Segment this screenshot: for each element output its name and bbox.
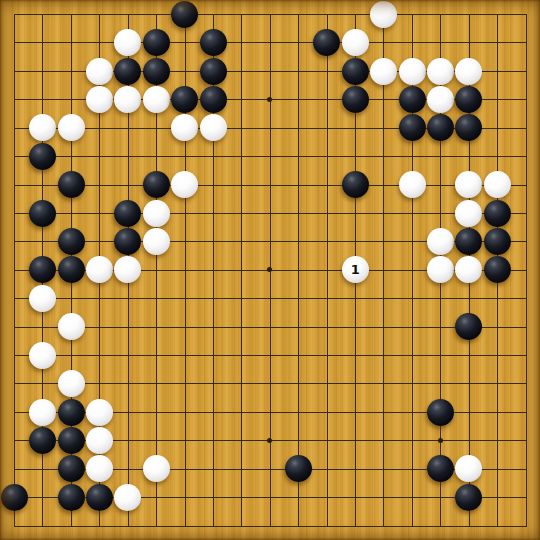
intersection-r3-c0[interactable] <box>0 85 28 113</box>
intersection-r1-c7[interactable] <box>199 28 227 56</box>
intersection-r9-c17[interactable] <box>483 256 511 284</box>
intersection-r18-c5[interactable] <box>142 512 170 540</box>
intersection-r4-c1[interactable] <box>28 114 56 142</box>
intersection-r10-c16[interactable] <box>455 284 483 312</box>
intersection-r2-c4[interactable] <box>114 57 142 85</box>
intersection-r4-c9[interactable] <box>256 114 284 142</box>
intersection-r8-c8[interactable] <box>227 227 255 255</box>
intersection-r10-c12[interactable] <box>341 284 369 312</box>
intersection-r9-c8[interactable] <box>227 256 255 284</box>
intersection-r18-c14[interactable] <box>398 512 426 540</box>
intersection-r14-c9[interactable] <box>256 398 284 426</box>
intersection-r0-c13[interactable] <box>369 0 397 28</box>
intersection-r12-c5[interactable] <box>142 341 170 369</box>
intersection-r4-c8[interactable] <box>227 114 255 142</box>
intersection-r17-c15[interactable] <box>426 483 454 511</box>
intersection-r1-c10[interactable] <box>284 28 312 56</box>
intersection-r9-c1[interactable] <box>28 256 56 284</box>
intersection-r8-c3[interactable] <box>85 227 113 255</box>
intersection-r18-c11[interactable] <box>313 512 341 540</box>
intersection-r6-c16[interactable] <box>455 171 483 199</box>
intersection-r14-c4[interactable] <box>114 398 142 426</box>
intersection-r17-c13[interactable] <box>369 483 397 511</box>
intersection-r14-c14[interactable] <box>398 398 426 426</box>
intersection-r8-c13[interactable] <box>369 227 397 255</box>
intersection-r6-c14[interactable] <box>398 171 426 199</box>
intersection-r13-c11[interactable] <box>313 369 341 397</box>
intersection-r16-c6[interactable] <box>171 455 199 483</box>
intersection-r14-c13[interactable] <box>369 398 397 426</box>
intersection-r13-c12[interactable] <box>341 369 369 397</box>
intersection-r12-c7[interactable] <box>199 341 227 369</box>
intersection-r4-c14[interactable] <box>398 114 426 142</box>
intersection-r13-c15[interactable] <box>426 369 454 397</box>
intersection-r14-c17[interactable] <box>483 398 511 426</box>
intersection-r7-c8[interactable] <box>227 199 255 227</box>
intersection-r10-c15[interactable] <box>426 284 454 312</box>
intersection-r17-c10[interactable] <box>284 483 312 511</box>
intersection-r12-c8[interactable] <box>227 341 255 369</box>
intersection-r3-c3[interactable] <box>85 85 113 113</box>
intersection-r11-c8[interactable] <box>227 313 255 341</box>
intersection-r0-c5[interactable] <box>142 0 170 28</box>
intersection-r4-c12[interactable] <box>341 114 369 142</box>
intersection-r4-c18[interactable] <box>512 114 540 142</box>
intersection-r18-c7[interactable] <box>199 512 227 540</box>
intersection-r18-c17[interactable] <box>483 512 511 540</box>
intersection-r10-c10[interactable] <box>284 284 312 312</box>
intersection-r4-c7[interactable] <box>199 114 227 142</box>
intersection-r2-c5[interactable] <box>142 57 170 85</box>
intersection-r10-c4[interactable] <box>114 284 142 312</box>
intersection-r15-c4[interactable] <box>114 426 142 454</box>
intersection-r1-c16[interactable] <box>455 28 483 56</box>
intersection-r9-c14[interactable] <box>398 256 426 284</box>
intersection-r18-c3[interactable] <box>85 512 113 540</box>
intersection-r4-c10[interactable] <box>284 114 312 142</box>
intersection-r1-c15[interactable] <box>426 28 454 56</box>
intersection-r3-c4[interactable] <box>114 85 142 113</box>
intersection-r12-c13[interactable] <box>369 341 397 369</box>
intersection-r17-c2[interactable] <box>57 483 85 511</box>
intersection-r0-c15[interactable] <box>426 0 454 28</box>
intersection-r16-c10[interactable] <box>284 455 312 483</box>
intersection-r3-c7[interactable] <box>199 85 227 113</box>
intersection-r8-c1[interactable] <box>28 227 56 255</box>
intersection-r5-c8[interactable] <box>227 142 255 170</box>
intersection-r7-c14[interactable] <box>398 199 426 227</box>
intersection-r15-c7[interactable] <box>199 426 227 454</box>
intersection-r18-c18[interactable] <box>512 512 540 540</box>
intersection-r7-c13[interactable] <box>369 199 397 227</box>
intersection-r12-c15[interactable] <box>426 341 454 369</box>
intersection-r16-c15[interactable] <box>426 455 454 483</box>
intersection-r9-c15[interactable] <box>426 256 454 284</box>
intersection-r11-c9[interactable] <box>256 313 284 341</box>
intersection-r18-c13[interactable] <box>369 512 397 540</box>
intersection-r18-c0[interactable] <box>0 512 28 540</box>
intersection-r15-c15[interactable] <box>426 426 454 454</box>
intersection-r1-c5[interactable] <box>142 28 170 56</box>
intersection-r2-c9[interactable] <box>256 57 284 85</box>
intersection-r14-c1[interactable] <box>28 398 56 426</box>
intersection-r13-c9[interactable] <box>256 369 284 397</box>
intersection-r11-c11[interactable] <box>313 313 341 341</box>
intersection-r7-c3[interactable] <box>85 199 113 227</box>
intersection-r3-c5[interactable] <box>142 85 170 113</box>
intersection-r14-c11[interactable] <box>313 398 341 426</box>
intersection-r12-c16[interactable] <box>455 341 483 369</box>
intersection-r15-c16[interactable] <box>455 426 483 454</box>
intersection-r2-c14[interactable] <box>398 57 426 85</box>
intersection-r15-c3[interactable] <box>85 426 113 454</box>
intersection-r11-c1[interactable] <box>28 313 56 341</box>
intersection-r5-c4[interactable] <box>114 142 142 170</box>
intersection-r18-c9[interactable] <box>256 512 284 540</box>
intersection-r2-c17[interactable] <box>483 57 511 85</box>
intersection-r12-c10[interactable] <box>284 341 312 369</box>
intersection-r3-c9[interactable] <box>256 85 284 113</box>
intersection-r7-c17[interactable] <box>483 199 511 227</box>
intersection-r14-c5[interactable] <box>142 398 170 426</box>
intersection-r17-c1[interactable] <box>28 483 56 511</box>
intersection-r13-c2[interactable] <box>57 369 85 397</box>
intersection-r5-c15[interactable] <box>426 142 454 170</box>
intersection-r14-c15[interactable] <box>426 398 454 426</box>
intersection-r9-c18[interactable] <box>512 256 540 284</box>
intersection-r14-c10[interactable] <box>284 398 312 426</box>
intersection-r17-c5[interactable] <box>142 483 170 511</box>
intersection-r17-c18[interactable] <box>512 483 540 511</box>
intersection-r14-c8[interactable] <box>227 398 255 426</box>
intersection-r16-c11[interactable] <box>313 455 341 483</box>
intersection-r17-c4[interactable] <box>114 483 142 511</box>
intersection-r1-c11[interactable] <box>313 28 341 56</box>
intersection-r18-c4[interactable] <box>114 512 142 540</box>
intersection-r16-c3[interactable] <box>85 455 113 483</box>
intersection-r7-c9[interactable] <box>256 199 284 227</box>
intersection-r15-c9[interactable] <box>256 426 284 454</box>
intersection-r12-c18[interactable] <box>512 341 540 369</box>
intersection-r0-c16[interactable] <box>455 0 483 28</box>
intersection-r12-c14[interactable] <box>398 341 426 369</box>
intersection-r5-c18[interactable] <box>512 142 540 170</box>
intersection-r4-c5[interactable] <box>142 114 170 142</box>
intersection-r18-c8[interactable] <box>227 512 255 540</box>
intersection-r7-c11[interactable] <box>313 199 341 227</box>
intersection-r1-c14[interactable] <box>398 28 426 56</box>
intersection-r11-c17[interactable] <box>483 313 511 341</box>
intersection-r0-c8[interactable] <box>227 0 255 28</box>
intersection-r12-c3[interactable] <box>85 341 113 369</box>
intersection-r6-c8[interactable] <box>227 171 255 199</box>
intersection-r7-c1[interactable] <box>28 199 56 227</box>
intersection-r1-c13[interactable] <box>369 28 397 56</box>
intersection-r6-c1[interactable] <box>28 171 56 199</box>
intersection-r4-c15[interactable] <box>426 114 454 142</box>
intersection-r4-c0[interactable] <box>0 114 28 142</box>
intersection-r0-c9[interactable] <box>256 0 284 28</box>
intersection-r11-c2[interactable] <box>57 313 85 341</box>
intersection-r8-c4[interactable] <box>114 227 142 255</box>
intersection-r5-c9[interactable] <box>256 142 284 170</box>
intersection-r18-c6[interactable] <box>171 512 199 540</box>
intersection-r10-c11[interactable] <box>313 284 341 312</box>
intersection-r18-c15[interactable] <box>426 512 454 540</box>
intersection-r18-c16[interactable] <box>455 512 483 540</box>
intersection-r9-c6[interactable] <box>171 256 199 284</box>
intersection-r5-c3[interactable] <box>85 142 113 170</box>
intersection-r2-c16[interactable] <box>455 57 483 85</box>
intersection-r11-c12[interactable] <box>341 313 369 341</box>
intersection-r13-c16[interactable] <box>455 369 483 397</box>
intersection-r3-c10[interactable] <box>284 85 312 113</box>
intersection-r9-c11[interactable] <box>313 256 341 284</box>
intersection-r14-c7[interactable] <box>199 398 227 426</box>
intersection-r3-c6[interactable] <box>171 85 199 113</box>
intersection-r13-c17[interactable] <box>483 369 511 397</box>
intersection-r2-c8[interactable] <box>227 57 255 85</box>
intersection-r0-c0[interactable] <box>0 0 28 28</box>
intersection-r16-c12[interactable] <box>341 455 369 483</box>
intersection-r9-c3[interactable] <box>85 256 113 284</box>
intersection-r2-c12[interactable] <box>341 57 369 85</box>
intersection-r17-c6[interactable] <box>171 483 199 511</box>
intersection-r7-c2[interactable] <box>57 199 85 227</box>
intersection-r15-c11[interactable] <box>313 426 341 454</box>
intersection-r15-c6[interactable] <box>171 426 199 454</box>
intersection-r11-c18[interactable] <box>512 313 540 341</box>
intersection-r13-c7[interactable] <box>199 369 227 397</box>
intersection-r6-c6[interactable] <box>171 171 199 199</box>
intersection-r6-c0[interactable] <box>0 171 28 199</box>
intersection-r15-c17[interactable] <box>483 426 511 454</box>
intersection-r2-c10[interactable] <box>284 57 312 85</box>
intersection-r6-c11[interactable] <box>313 171 341 199</box>
intersection-r14-c18[interactable] <box>512 398 540 426</box>
intersection-r0-c3[interactable] <box>85 0 113 28</box>
intersection-r11-c6[interactable] <box>171 313 199 341</box>
intersection-r12-c17[interactable] <box>483 341 511 369</box>
intersection-r1-c2[interactable] <box>57 28 85 56</box>
intersection-r5-c0[interactable] <box>0 142 28 170</box>
intersection-r5-c13[interactable] <box>369 142 397 170</box>
intersection-r2-c6[interactable] <box>171 57 199 85</box>
intersection-r15-c2[interactable] <box>57 426 85 454</box>
intersection-r12-c11[interactable] <box>313 341 341 369</box>
intersection-r13-c14[interactable] <box>398 369 426 397</box>
intersection-r6-c17[interactable] <box>483 171 511 199</box>
intersection-r6-c7[interactable] <box>199 171 227 199</box>
intersection-r11-c3[interactable] <box>85 313 113 341</box>
intersection-r11-c16[interactable] <box>455 313 483 341</box>
intersection-r13-c1[interactable] <box>28 369 56 397</box>
intersection-r5-c6[interactable] <box>171 142 199 170</box>
intersection-r15-c10[interactable] <box>284 426 312 454</box>
intersection-r4-c6[interactable] <box>171 114 199 142</box>
intersection-r18-c10[interactable] <box>284 512 312 540</box>
intersection-r6-c9[interactable] <box>256 171 284 199</box>
intersection-r8-c17[interactable] <box>483 227 511 255</box>
intersection-r8-c9[interactable] <box>256 227 284 255</box>
intersection-r10-c1[interactable] <box>28 284 56 312</box>
intersection-r3-c2[interactable] <box>57 85 85 113</box>
intersection-r5-c16[interactable] <box>455 142 483 170</box>
intersection-r10-c0[interactable] <box>0 284 28 312</box>
intersection-r17-c17[interactable] <box>483 483 511 511</box>
intersection-r0-c1[interactable] <box>28 0 56 28</box>
intersection-r5-c12[interactable] <box>341 142 369 170</box>
intersection-r10-c2[interactable] <box>57 284 85 312</box>
intersection-r13-c5[interactable] <box>142 369 170 397</box>
intersection-r7-c16[interactable] <box>455 199 483 227</box>
intersection-r10-c7[interactable] <box>199 284 227 312</box>
intersection-r1-c4[interactable] <box>114 28 142 56</box>
intersection-r7-c7[interactable] <box>199 199 227 227</box>
intersection-r7-c12[interactable] <box>341 199 369 227</box>
intersection-r17-c7[interactable] <box>199 483 227 511</box>
intersection-r8-c7[interactable] <box>199 227 227 255</box>
intersection-r9-c10[interactable] <box>284 256 312 284</box>
intersection-r10-c8[interactable] <box>227 284 255 312</box>
intersection-r4-c13[interactable] <box>369 114 397 142</box>
intersection-r6-c2[interactable] <box>57 171 85 199</box>
intersection-r8-c14[interactable] <box>398 227 426 255</box>
intersection-r2-c13[interactable] <box>369 57 397 85</box>
intersection-r16-c4[interactable] <box>114 455 142 483</box>
intersection-r1-c1[interactable] <box>28 28 56 56</box>
intersection-r15-c1[interactable] <box>28 426 56 454</box>
intersection-r3-c8[interactable] <box>227 85 255 113</box>
intersection-r3-c17[interactable] <box>483 85 511 113</box>
intersection-r9-c4[interactable] <box>114 256 142 284</box>
intersection-r13-c0[interactable] <box>0 369 28 397</box>
intersection-r5-c1[interactable] <box>28 142 56 170</box>
intersection-r11-c13[interactable] <box>369 313 397 341</box>
intersection-r10-c18[interactable] <box>512 284 540 312</box>
intersection-r1-c6[interactable] <box>171 28 199 56</box>
intersection-r5-c2[interactable] <box>57 142 85 170</box>
intersection-r17-c16[interactable] <box>455 483 483 511</box>
intersection-r3-c14[interactable] <box>398 85 426 113</box>
intersection-r1-c18[interactable] <box>512 28 540 56</box>
intersection-r8-c10[interactable] <box>284 227 312 255</box>
intersection-r15-c8[interactable] <box>227 426 255 454</box>
intersection-r5-c7[interactable] <box>199 142 227 170</box>
intersection-r12-c1[interactable] <box>28 341 56 369</box>
intersection-r12-c0[interactable] <box>0 341 28 369</box>
intersection-r16-c17[interactable] <box>483 455 511 483</box>
intersection-r6-c3[interactable] <box>85 171 113 199</box>
intersection-r5-c10[interactable] <box>284 142 312 170</box>
intersection-r17-c8[interactable] <box>227 483 255 511</box>
intersection-r18-c1[interactable] <box>28 512 56 540</box>
intersection-r16-c1[interactable] <box>28 455 56 483</box>
intersection-r13-c4[interactable] <box>114 369 142 397</box>
intersection-r4-c3[interactable] <box>85 114 113 142</box>
intersection-r10-c9[interactable] <box>256 284 284 312</box>
intersection-r17-c12[interactable] <box>341 483 369 511</box>
intersection-r18-c2[interactable] <box>57 512 85 540</box>
intersection-r0-c14[interactable] <box>398 0 426 28</box>
intersection-r0-c17[interactable] <box>483 0 511 28</box>
intersection-r14-c16[interactable] <box>455 398 483 426</box>
intersection-r3-c12[interactable] <box>341 85 369 113</box>
intersection-r0-c10[interactable] <box>284 0 312 28</box>
intersection-r14-c3[interactable] <box>85 398 113 426</box>
intersection-r16-c2[interactable] <box>57 455 85 483</box>
intersection-r15-c18[interactable] <box>512 426 540 454</box>
intersection-r17-c14[interactable] <box>398 483 426 511</box>
intersection-r16-c5[interactable] <box>142 455 170 483</box>
intersection-r7-c15[interactable] <box>426 199 454 227</box>
intersection-r10-c14[interactable] <box>398 284 426 312</box>
intersection-r5-c11[interactable] <box>313 142 341 170</box>
intersection-r16-c0[interactable] <box>0 455 28 483</box>
intersection-r15-c12[interactable] <box>341 426 369 454</box>
intersection-r1-c12[interactable] <box>341 28 369 56</box>
intersection-r4-c16[interactable] <box>455 114 483 142</box>
intersection-r2-c0[interactable] <box>0 57 28 85</box>
intersection-r16-c16[interactable] <box>455 455 483 483</box>
intersection-r18-c12[interactable] <box>341 512 369 540</box>
intersection-r4-c2[interactable] <box>57 114 85 142</box>
intersection-r10-c5[interactable] <box>142 284 170 312</box>
intersection-r6-c12[interactable] <box>341 171 369 199</box>
intersection-r9-c5[interactable] <box>142 256 170 284</box>
intersection-r5-c17[interactable] <box>483 142 511 170</box>
intersection-r15-c0[interactable] <box>0 426 28 454</box>
intersection-r6-c4[interactable] <box>114 171 142 199</box>
intersection-r7-c18[interactable] <box>512 199 540 227</box>
intersection-r12-c12[interactable] <box>341 341 369 369</box>
intersection-r8-c0[interactable] <box>0 227 28 255</box>
intersection-r6-c10[interactable] <box>284 171 312 199</box>
intersection-r13-c13[interactable] <box>369 369 397 397</box>
intersection-r16-c18[interactable] <box>512 455 540 483</box>
intersection-r1-c17[interactable] <box>483 28 511 56</box>
intersection-r2-c11[interactable] <box>313 57 341 85</box>
intersection-r6-c5[interactable] <box>142 171 170 199</box>
intersection-r0-c7[interactable] <box>199 0 227 28</box>
intersection-r3-c11[interactable] <box>313 85 341 113</box>
intersection-r7-c5[interactable] <box>142 199 170 227</box>
intersection-r13-c18[interactable] <box>512 369 540 397</box>
intersection-r9-c9[interactable] <box>256 256 284 284</box>
intersection-r11-c4[interactable] <box>114 313 142 341</box>
intersection-r2-c18[interactable] <box>512 57 540 85</box>
intersection-r11-c7[interactable] <box>199 313 227 341</box>
intersection-r12-c4[interactable] <box>114 341 142 369</box>
intersection-r2-c1[interactable] <box>28 57 56 85</box>
intersection-r11-c14[interactable] <box>398 313 426 341</box>
intersection-r3-c16[interactable] <box>455 85 483 113</box>
intersection-r10-c13[interactable] <box>369 284 397 312</box>
intersection-r8-c5[interactable] <box>142 227 170 255</box>
intersection-r12-c9[interactable] <box>256 341 284 369</box>
intersection-r11-c5[interactable] <box>142 313 170 341</box>
intersection-r3-c18[interactable] <box>512 85 540 113</box>
intersection-r10-c3[interactable] <box>85 284 113 312</box>
intersection-r4-c11[interactable] <box>313 114 341 142</box>
intersection-r0-c11[interactable] <box>313 0 341 28</box>
intersection-r8-c6[interactable] <box>171 227 199 255</box>
intersection-r15-c14[interactable] <box>398 426 426 454</box>
intersection-r9-c7[interactable] <box>199 256 227 284</box>
intersection-r15-c5[interactable] <box>142 426 170 454</box>
intersection-r0-c12[interactable] <box>341 0 369 28</box>
intersection-r10-c6[interactable] <box>171 284 199 312</box>
